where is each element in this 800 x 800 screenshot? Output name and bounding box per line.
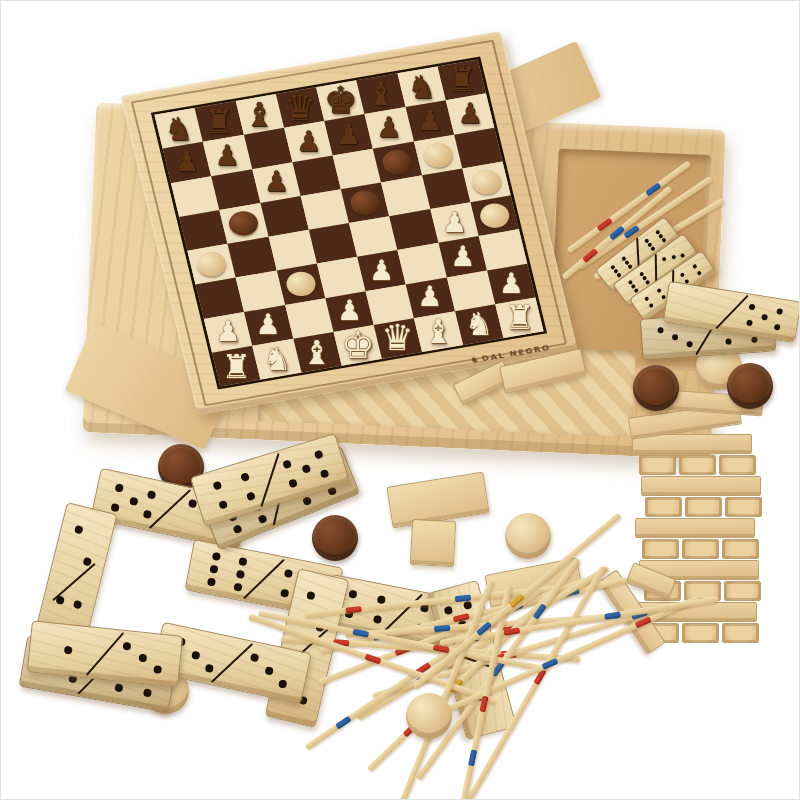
tower-block-end [642,539,679,559]
tower-block-end [722,539,759,559]
wood-block [410,519,456,567]
tower-block-end [682,539,719,559]
tower-block-long [635,518,755,538]
stick-band-blue [468,749,477,766]
tower-block-end [679,455,716,475]
tower-block-end [724,581,761,601]
tower-block-end [639,455,676,475]
stick-band-blue [434,625,450,632]
tower-block-end [722,623,759,643]
tower-block-end [725,497,762,517]
stick-band-blue [335,716,352,730]
light-checker [505,513,551,559]
stick-band-red [596,218,612,232]
wood-block [499,348,587,394]
dark-checker [727,363,773,409]
dark-checker [633,365,679,411]
light-checker [406,693,452,739]
dark-checker [312,515,358,561]
product-photo-scene: ♞♜♝♛♚♝♞♜♟♟♟♟♟♟♟♟♟♟♟♟♟♟♟♟♜♞♝♚♛♝♞♜ ♞DAL NE… [0,0,800,800]
tower-block-end [685,497,722,517]
tower-block-end [719,455,756,475]
tower-block-end [682,623,719,643]
tower-block-end [645,497,682,517]
loose-components [1,1,799,799]
tower-block-long [641,476,761,496]
